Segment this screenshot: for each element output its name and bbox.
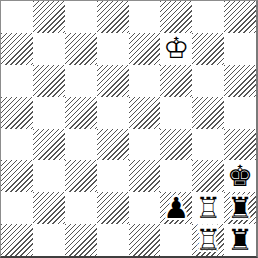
square-a2[interactable] (1, 192, 33, 224)
black-king-icon: ♚ (224, 160, 256, 192)
square-f2[interactable]: ♟ (160, 192, 192, 224)
square-e2[interactable] (129, 192, 161, 224)
square-g7[interactable] (192, 33, 224, 65)
chess-diagram: ♚♔♚♟♜♖♜♜♖♜ (0, 0, 258, 258)
square-g4[interactable] (192, 129, 224, 161)
square-e8[interactable] (129, 1, 161, 33)
square-g2[interactable]: ♜♖ (192, 192, 224, 224)
square-f4[interactable] (160, 129, 192, 161)
square-c3[interactable] (65, 160, 97, 192)
square-g3[interactable] (192, 160, 224, 192)
square-e4[interactable] (129, 129, 161, 161)
white-rook-icon: ♖ (192, 224, 224, 256)
white-rook-fill: ♜ (192, 224, 224, 256)
square-c7[interactable] (65, 33, 97, 65)
square-h3[interactable]: ♚ (224, 160, 256, 192)
square-a5[interactable] (1, 97, 33, 129)
square-c6[interactable] (65, 65, 97, 97)
white-rook-fill: ♜ (192, 192, 224, 224)
square-h4[interactable] (224, 129, 256, 161)
square-e1[interactable] (129, 224, 161, 256)
black-rook-icon: ♜ (224, 224, 256, 256)
square-e7[interactable] (129, 33, 161, 65)
square-c4[interactable] (65, 129, 97, 161)
chessboard-grid: ♚♔♚♟♜♖♜♜♖♜ (0, 0, 258, 258)
square-d6[interactable] (97, 65, 129, 97)
square-a6[interactable] (1, 65, 33, 97)
square-a1[interactable] (1, 224, 33, 256)
square-g6[interactable] (192, 65, 224, 97)
white-king-fill: ♚ (160, 33, 192, 65)
square-h5[interactable] (224, 97, 256, 129)
square-e6[interactable] (129, 65, 161, 97)
white-rook-icon: ♖ (192, 192, 224, 224)
square-c2[interactable] (65, 192, 97, 224)
black-pawn-icon: ♟ (160, 192, 192, 224)
square-b3[interactable] (33, 160, 65, 192)
square-a7[interactable] (1, 33, 33, 65)
square-e3[interactable] (129, 160, 161, 192)
square-g5[interactable] (192, 97, 224, 129)
square-c8[interactable] (65, 1, 97, 33)
square-d4[interactable] (97, 129, 129, 161)
square-b6[interactable] (33, 65, 65, 97)
square-b4[interactable] (33, 129, 65, 161)
square-h1[interactable]: ♜ (224, 224, 256, 256)
square-b7[interactable] (33, 33, 65, 65)
square-b8[interactable] (33, 1, 65, 33)
square-d2[interactable] (97, 192, 129, 224)
square-e5[interactable] (129, 97, 161, 129)
square-h7[interactable] (224, 33, 256, 65)
square-f7[interactable]: ♚♔ (160, 33, 192, 65)
square-f6[interactable] (160, 65, 192, 97)
square-g1[interactable]: ♜♖ (192, 224, 224, 256)
square-b5[interactable] (33, 97, 65, 129)
square-c5[interactable] (65, 97, 97, 129)
square-f1[interactable] (160, 224, 192, 256)
square-d8[interactable] (97, 1, 129, 33)
square-b1[interactable] (33, 224, 65, 256)
square-a8[interactable] (1, 1, 33, 33)
square-a4[interactable] (1, 129, 33, 161)
square-b2[interactable] (33, 192, 65, 224)
square-d7[interactable] (97, 33, 129, 65)
square-c1[interactable] (65, 224, 97, 256)
black-rook-icon: ♜ (224, 192, 256, 224)
square-h6[interactable] (224, 65, 256, 97)
square-a3[interactable] (1, 160, 33, 192)
white-king-icon: ♔ (160, 33, 192, 65)
square-g8[interactable] (192, 1, 224, 33)
square-d3[interactable] (97, 160, 129, 192)
square-h8[interactable] (224, 1, 256, 33)
square-h2[interactable]: ♜ (224, 192, 256, 224)
square-d5[interactable] (97, 97, 129, 129)
square-f8[interactable] (160, 1, 192, 33)
square-d1[interactable] (97, 224, 129, 256)
square-f5[interactable] (160, 97, 192, 129)
square-f3[interactable] (160, 160, 192, 192)
